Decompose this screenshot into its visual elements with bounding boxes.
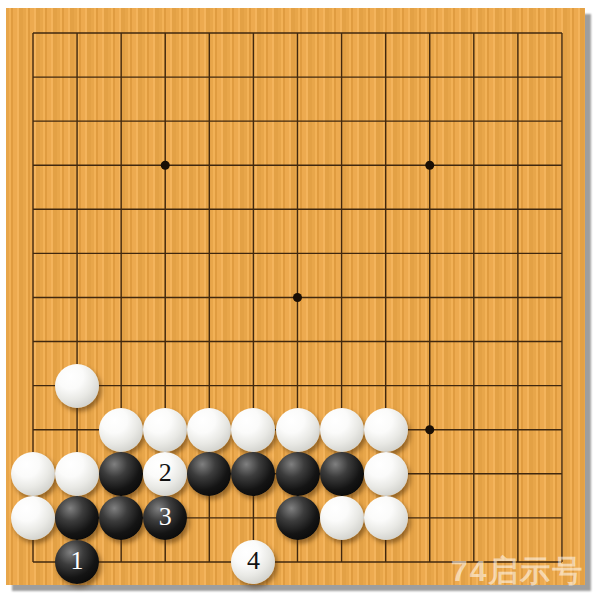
white-stone [11,452,55,496]
black-stone [99,452,143,496]
stones-layer: 2314 [11,11,584,584]
black-stone [99,496,143,540]
black-stone [187,452,231,496]
white-stone: 2 [143,452,187,496]
white-stone [187,408,231,452]
black-stone [55,496,99,540]
white-stone [231,408,275,452]
move-number-label: 4 [247,548,260,574]
white-stone [364,496,408,540]
white-stone [320,496,364,540]
move-number-label: 3 [159,504,172,530]
white-stone [55,452,99,496]
white-stone [143,408,187,452]
page: 2314 74启示号 [0,0,600,600]
white-stone [276,408,320,452]
black-stone [231,452,275,496]
black-stone: 3 [143,496,187,540]
white-stone [320,408,364,452]
white-stone [364,408,408,452]
black-stone [276,452,320,496]
white-stone [55,364,99,408]
move-number-label: 2 [159,460,172,486]
watermark-text: 74启示号 [451,551,584,592]
white-stone [99,408,143,452]
black-stone [320,452,364,496]
black-stone: 1 [55,540,99,584]
white-stone: 4 [231,540,275,584]
white-stone [11,496,55,540]
move-number-label: 1 [71,548,84,574]
white-stone [364,452,408,496]
black-stone [276,496,320,540]
